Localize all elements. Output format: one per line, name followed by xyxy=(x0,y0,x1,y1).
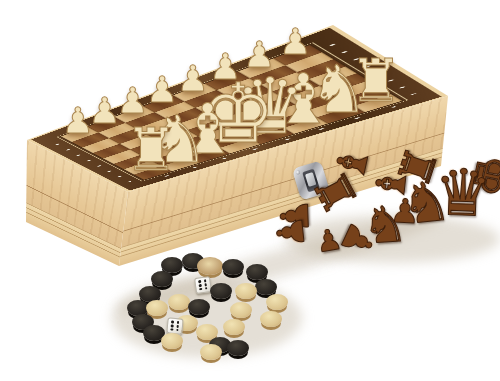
cream-checker-disc[interactable] xyxy=(260,311,282,327)
die-pip xyxy=(205,287,208,290)
cream-checker-disc[interactable] xyxy=(266,294,288,310)
black-checker-disc[interactable] xyxy=(246,264,268,280)
cream-checker-disc[interactable] xyxy=(230,302,252,318)
cream-checker-disc[interactable] xyxy=(223,319,245,335)
black-checker-disc[interactable] xyxy=(210,283,232,299)
black-checker-disc[interactable] xyxy=(255,279,277,295)
die-pip xyxy=(177,321,180,324)
black-checker-disc[interactable] xyxy=(222,259,244,275)
die-pip xyxy=(171,324,174,327)
die-pip xyxy=(204,280,207,283)
cream-checker-disc[interactable] xyxy=(168,294,190,310)
chess-set-photo: ♟♟♟♟♟♟♟♟♜♞♝♚♛♝♞♜ ♟♜♝♜♝♞♟♞♛♟♟♟♚ xyxy=(0,0,500,381)
die-pip xyxy=(199,284,202,287)
cream-checker-disc[interactable] xyxy=(161,333,183,349)
dark-pawn[interactable]: ♟ xyxy=(314,224,345,257)
black-checker-disc[interactable] xyxy=(151,271,173,287)
cream-checker-disc[interactable] xyxy=(197,257,223,276)
die-pip xyxy=(199,288,202,291)
white-rook[interactable]: ♜ xyxy=(125,121,178,180)
die-pip xyxy=(171,321,174,324)
white-pawn[interactable]: ♟ xyxy=(279,24,311,60)
white-pawn[interactable]: ♟ xyxy=(62,103,94,139)
die-pip xyxy=(204,283,207,286)
dark-pawn[interactable]: ♟ xyxy=(271,214,310,250)
cream-checker-disc[interactable] xyxy=(200,344,222,360)
die-pip xyxy=(198,280,201,283)
die-showing-6[interactable] xyxy=(166,317,183,334)
die-pip xyxy=(176,325,179,328)
white-pawn[interactable]: ♟ xyxy=(117,83,149,119)
cream-checker-disc[interactable] xyxy=(235,283,257,299)
die-pip xyxy=(170,328,173,331)
black-checker-disc[interactable] xyxy=(227,340,249,356)
black-checker-disc[interactable] xyxy=(188,299,210,315)
cream-checker-disc[interactable] xyxy=(146,300,168,316)
die-pip xyxy=(176,328,179,331)
